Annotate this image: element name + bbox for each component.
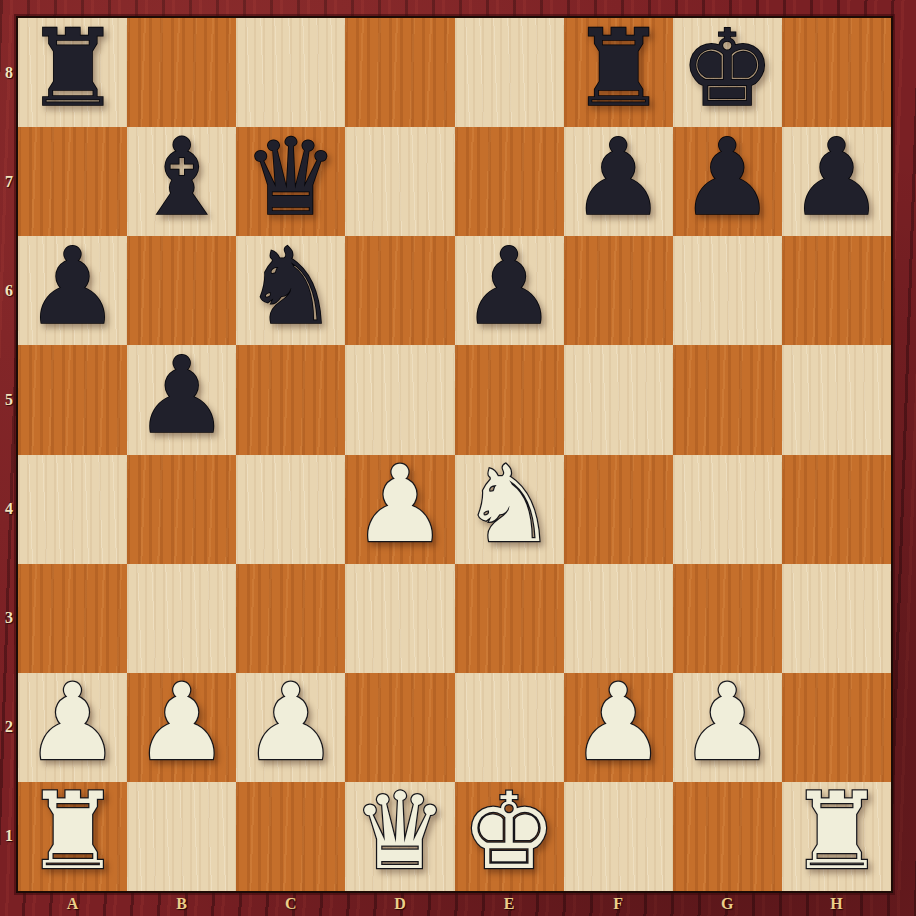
square-h5[interactable]	[782, 345, 891, 454]
square-c2[interactable]: ♟	[236, 673, 345, 782]
square-g3[interactable]	[673, 564, 782, 673]
black-pawn-b5: ♟	[134, 343, 229, 449]
square-a3[interactable]	[18, 564, 127, 673]
square-f4[interactable]	[564, 455, 673, 564]
square-c7[interactable]: ♛	[236, 127, 345, 236]
square-b5[interactable]: ♟	[127, 345, 236, 454]
square-d5[interactable]	[345, 345, 454, 454]
square-g2[interactable]: ♟	[673, 673, 782, 782]
rank-labels: 87654321	[0, 18, 18, 891]
square-h4[interactable]	[782, 455, 891, 564]
black-queen-c7: ♛	[243, 125, 338, 231]
square-a2[interactable]: ♟	[18, 673, 127, 782]
black-pawn-f7: ♟	[571, 125, 666, 231]
square-a1[interactable]: ♜	[18, 782, 127, 891]
square-h3[interactable]	[782, 564, 891, 673]
square-c6[interactable]: ♞	[236, 236, 345, 345]
black-pawn-g7: ♟	[680, 125, 775, 231]
square-g1[interactable]	[673, 782, 782, 891]
square-d1[interactable]: ♛	[345, 782, 454, 891]
square-h6[interactable]	[782, 236, 891, 345]
black-bishop-b7: ♝	[134, 125, 229, 231]
square-a4[interactable]	[18, 455, 127, 564]
square-h1[interactable]: ♜	[782, 782, 891, 891]
white-pawn-d4: ♟	[352, 452, 447, 558]
file-label-h: H	[782, 891, 891, 916]
black-pawn-a6: ♟	[25, 234, 120, 340]
file-labels: ABCDEFGH	[18, 891, 891, 916]
black-pawn-h7: ♟	[789, 125, 884, 231]
rank-label-7: 7	[0, 127, 18, 236]
black-knight-c6: ♞	[243, 234, 338, 340]
square-f6[interactable]	[564, 236, 673, 345]
black-king-g8: ♚	[680, 16, 775, 122]
file-label-a: A	[18, 891, 127, 916]
square-d8[interactable]	[345, 18, 454, 127]
white-rook-h1: ♜	[789, 779, 884, 885]
rank-label-8: 8	[0, 18, 18, 127]
square-d3[interactable]	[345, 564, 454, 673]
square-e5[interactable]	[455, 345, 564, 454]
square-e4[interactable]: ♞	[455, 455, 564, 564]
square-e3[interactable]	[455, 564, 564, 673]
square-d2[interactable]	[345, 673, 454, 782]
white-rook-a1: ♜	[25, 779, 120, 885]
file-label-b: B	[127, 891, 236, 916]
square-b7[interactable]: ♝	[127, 127, 236, 236]
square-c1[interactable]	[236, 782, 345, 891]
black-rook-a8: ♜	[25, 16, 120, 122]
rank-label-1: 1	[0, 782, 18, 891]
white-pawn-c2: ♟	[243, 670, 338, 776]
white-king-e1: ♚	[462, 779, 557, 885]
square-h8[interactable]	[782, 18, 891, 127]
square-f5[interactable]	[564, 345, 673, 454]
file-label-c: C	[236, 891, 345, 916]
black-rook-f8: ♜	[571, 16, 666, 122]
square-b6[interactable]	[127, 236, 236, 345]
chess-app-window: 87654321 ABCDEFGH ♜♜♚♝♛♟♟♟♟♞♟♟♟♞♟♟♟♟♟♜♛♚…	[0, 0, 916, 916]
square-b2[interactable]: ♟	[127, 673, 236, 782]
black-pawn-e6: ♟	[462, 234, 557, 340]
square-f1[interactable]	[564, 782, 673, 891]
rank-label-3: 3	[0, 564, 18, 673]
square-g4[interactable]	[673, 455, 782, 564]
rank-label-2: 2	[0, 673, 18, 782]
square-c5[interactable]	[236, 345, 345, 454]
white-pawn-b2: ♟	[134, 670, 229, 776]
square-g5[interactable]	[673, 345, 782, 454]
square-b1[interactable]	[127, 782, 236, 891]
square-b8[interactable]	[127, 18, 236, 127]
chess-board: ♜♜♚♝♛♟♟♟♟♞♟♟♟♞♟♟♟♟♟♜♛♚♜	[18, 18, 891, 891]
square-b3[interactable]	[127, 564, 236, 673]
square-c8[interactable]	[236, 18, 345, 127]
square-h7[interactable]: ♟	[782, 127, 891, 236]
square-d6[interactable]	[345, 236, 454, 345]
square-b4[interactable]	[127, 455, 236, 564]
white-queen-d1: ♛	[352, 779, 447, 885]
white-knight-e4: ♞	[462, 452, 557, 558]
square-e2[interactable]	[455, 673, 564, 782]
square-e6[interactable]: ♟	[455, 236, 564, 345]
file-label-e: E	[455, 891, 564, 916]
square-a6[interactable]: ♟	[18, 236, 127, 345]
square-c4[interactable]	[236, 455, 345, 564]
square-e7[interactable]	[455, 127, 564, 236]
square-h2[interactable]	[782, 673, 891, 782]
square-f8[interactable]: ♜	[564, 18, 673, 127]
square-c3[interactable]	[236, 564, 345, 673]
square-f7[interactable]: ♟	[564, 127, 673, 236]
square-d7[interactable]	[345, 127, 454, 236]
rank-label-6: 6	[0, 236, 18, 345]
white-pawn-a2: ♟	[25, 670, 120, 776]
file-label-d: D	[345, 891, 454, 916]
square-g6[interactable]	[673, 236, 782, 345]
white-pawn-f2: ♟	[571, 670, 666, 776]
white-pawn-g2: ♟	[680, 670, 775, 776]
square-a7[interactable]	[18, 127, 127, 236]
square-e1[interactable]: ♚	[455, 782, 564, 891]
square-a8[interactable]: ♜	[18, 18, 127, 127]
square-g7[interactable]: ♟	[673, 127, 782, 236]
rank-label-4: 4	[0, 455, 18, 564]
file-label-g: G	[673, 891, 782, 916]
rank-label-5: 5	[0, 345, 18, 454]
square-d4[interactable]: ♟	[345, 455, 454, 564]
square-e8[interactable]	[455, 18, 564, 127]
square-f2[interactable]: ♟	[564, 673, 673, 782]
file-label-f: F	[564, 891, 673, 916]
square-a5[interactable]	[18, 345, 127, 454]
square-f3[interactable]	[564, 564, 673, 673]
square-g8[interactable]: ♚	[673, 18, 782, 127]
